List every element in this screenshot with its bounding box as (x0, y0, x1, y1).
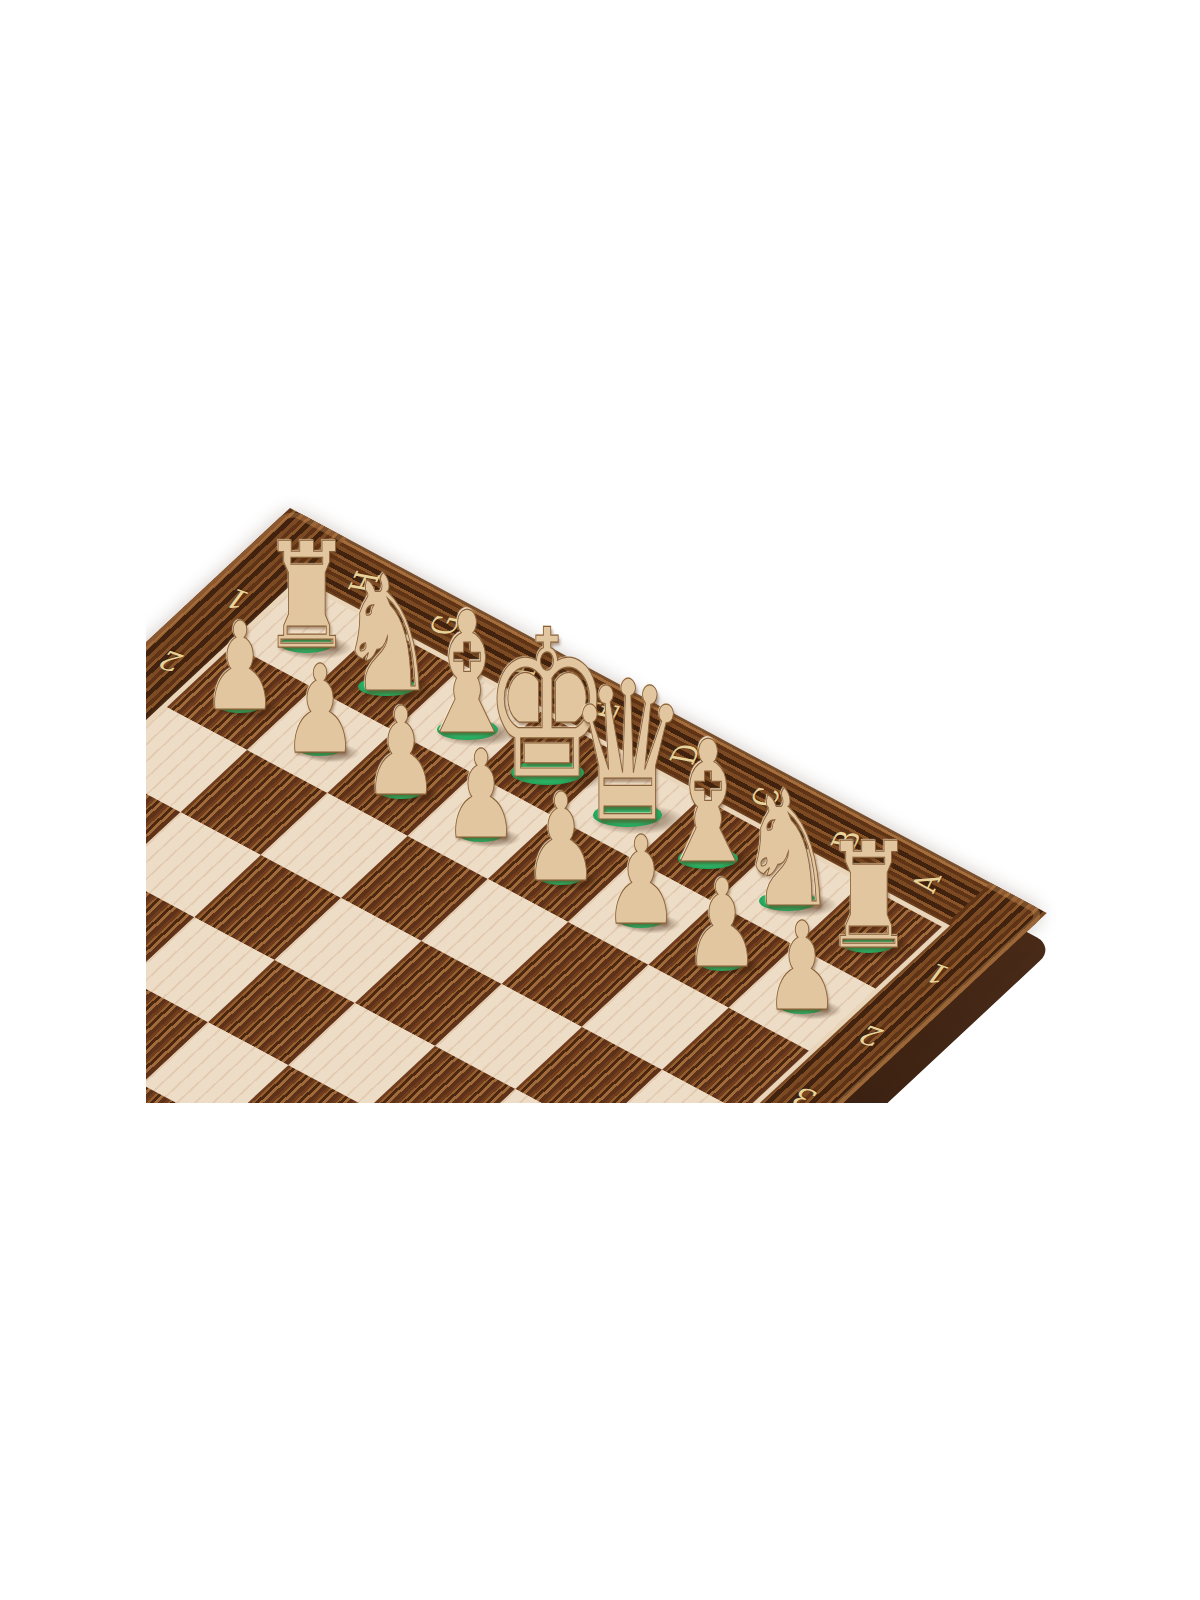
white-pawn-c2: ♟ (599, 821, 684, 943)
white-pawn-g2: ♟ (278, 649, 363, 771)
chessboard-photo: HHGGFFEEDDCCBBAA1122334455667788 ♜♞♝♛♚♝♞… (146, 450, 1106, 1103)
white-pawn-d2: ♟ (519, 778, 604, 900)
white-pawn-e2: ♟ (438, 735, 523, 857)
white-pawn-a2: ♟ (759, 907, 844, 1029)
white-pawn-b2: ♟ (679, 864, 764, 986)
white-pawn-h2: ♟ (198, 606, 283, 728)
white-pawn-f2: ♟ (358, 692, 443, 814)
product-photo-page: HHGGFFEEDDCCBBAA1122334455667788 ♜♞♝♛♚♝♞… (0, 0, 1200, 1600)
